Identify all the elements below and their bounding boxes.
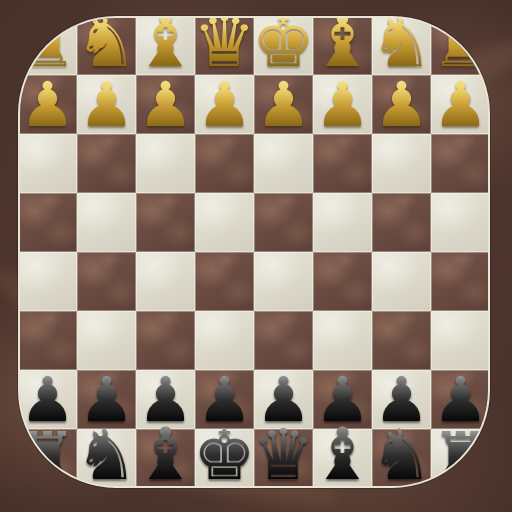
square-r8c7: ♞ xyxy=(372,429,431,488)
square-r2c1: ♟ xyxy=(18,75,77,134)
black-pawn: ♟ xyxy=(20,369,76,431)
square-r3c5 xyxy=(254,134,313,193)
white-pawn: ♟ xyxy=(20,74,76,136)
black-pawn: ♟ xyxy=(79,369,135,431)
square-r4c2 xyxy=(77,193,136,252)
square-r3c2 xyxy=(77,134,136,193)
white-pawn: ♟ xyxy=(79,74,135,136)
square-r4c5 xyxy=(254,193,313,252)
black-bishop: ♝ xyxy=(310,418,375,488)
square-r7c6: ♟ xyxy=(313,370,372,429)
square-r8c4: ♚ xyxy=(195,429,254,488)
square-r7c1: ♟ xyxy=(18,370,77,429)
square-r5c3 xyxy=(136,252,195,311)
square-r5c4 xyxy=(195,252,254,311)
square-r5c1 xyxy=(18,252,77,311)
square-r1c2: ♞ xyxy=(77,16,136,75)
square-r1c4: ♛ xyxy=(195,16,254,75)
square-r4c7 xyxy=(372,193,431,252)
square-r4c1 xyxy=(18,193,77,252)
square-r5c5 xyxy=(254,252,313,311)
square-r8c5: ♛ xyxy=(254,429,313,488)
square-r4c8 xyxy=(431,193,490,252)
square-r8c3: ♝ xyxy=(136,429,195,488)
square-r5c8 xyxy=(431,252,490,311)
black-bishop: ♝ xyxy=(133,418,198,488)
square-r2c2: ♟ xyxy=(77,75,136,134)
chess-app-icon[interactable]: ♜♞♝♛♚♝♞♜♟♟♟♟♟♟♟♟♟♟♟♟♟♟♟♟♜♞♝♚♛♝♞♜ xyxy=(18,16,490,488)
chess-board: ♜♞♝♛♚♝♞♜♟♟♟♟♟♟♟♟♟♟♟♟♟♟♟♟♜♞♝♚♛♝♞♜ xyxy=(18,16,490,488)
square-r3c7 xyxy=(372,134,431,193)
square-r6c3 xyxy=(136,311,195,370)
square-r3c4 xyxy=(195,134,254,193)
square-r2c8: ♟ xyxy=(431,75,490,134)
white-knight: ♞ xyxy=(370,16,433,77)
square-r6c4 xyxy=(195,311,254,370)
white-pawn: ♟ xyxy=(138,74,194,136)
square-r2c6: ♟ xyxy=(313,75,372,134)
square-r6c1 xyxy=(18,311,77,370)
square-r6c2 xyxy=(77,311,136,370)
square-r7c3: ♟ xyxy=(136,370,195,429)
square-r2c3: ♟ xyxy=(136,75,195,134)
square-r3c8 xyxy=(431,134,490,193)
square-r5c7 xyxy=(372,252,431,311)
square-r3c3 xyxy=(136,134,195,193)
square-r8c2: ♞ xyxy=(77,429,136,488)
black-pawn: ♟ xyxy=(374,369,430,431)
square-r7c8: ♟ xyxy=(431,370,490,429)
square-r1c6: ♝ xyxy=(313,16,372,75)
white-pawn: ♟ xyxy=(197,74,253,136)
square-r7c4: ♟ xyxy=(195,370,254,429)
square-r2c4: ♟ xyxy=(195,75,254,134)
square-r6c7 xyxy=(372,311,431,370)
black-pawn: ♟ xyxy=(138,369,194,431)
square-r6c6 xyxy=(313,311,372,370)
black-knight: ♞ xyxy=(370,420,433,488)
black-knight: ♞ xyxy=(75,420,138,488)
black-queen: ♛ xyxy=(252,420,315,488)
square-r4c6 xyxy=(313,193,372,252)
white-bishop: ♝ xyxy=(310,16,375,77)
square-r8c6: ♝ xyxy=(313,429,372,488)
black-pawn: ♟ xyxy=(197,369,253,431)
square-r6c8 xyxy=(431,311,490,370)
white-pawn: ♟ xyxy=(374,74,430,136)
white-pawn: ♟ xyxy=(433,74,489,136)
square-r2c7: ♟ xyxy=(372,75,431,134)
black-pawn: ♟ xyxy=(433,369,489,431)
square-r7c7: ♟ xyxy=(372,370,431,429)
black-pawn: ♟ xyxy=(256,369,312,431)
white-pawn: ♟ xyxy=(256,74,312,136)
white-queen: ♛ xyxy=(193,16,256,77)
square-r3c1 xyxy=(18,134,77,193)
square-r4c3 xyxy=(136,193,195,252)
square-r4c4 xyxy=(195,193,254,252)
white-pawn: ♟ xyxy=(315,74,371,136)
square-r2c5: ♟ xyxy=(254,75,313,134)
square-r3c6 xyxy=(313,134,372,193)
black-king: ♚ xyxy=(193,420,256,488)
white-king: ♚ xyxy=(252,16,315,77)
square-r5c2 xyxy=(77,252,136,311)
square-r7c5: ♟ xyxy=(254,370,313,429)
square-r1c3: ♝ xyxy=(136,16,195,75)
white-bishop: ♝ xyxy=(133,16,198,77)
square-r6c5 xyxy=(254,311,313,370)
white-knight: ♞ xyxy=(75,16,138,77)
square-r5c6 xyxy=(313,252,372,311)
square-r7c2: ♟ xyxy=(77,370,136,429)
square-r1c7: ♞ xyxy=(372,16,431,75)
black-pawn: ♟ xyxy=(315,369,371,431)
square-r1c5: ♚ xyxy=(254,16,313,75)
